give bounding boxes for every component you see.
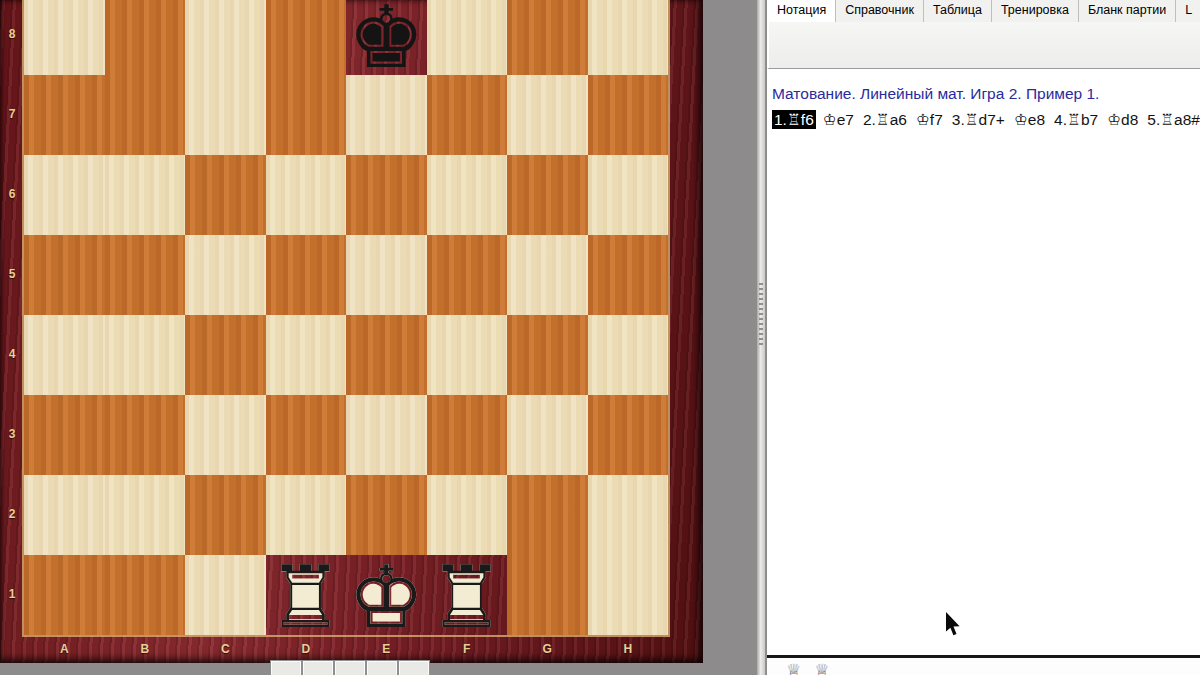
- rank-label-5: 5: [0, 267, 24, 281]
- chess-board-frame: ♚♜♖♚♔♜♖ 87654321 ABCDEFGH: [0, 0, 703, 663]
- square-b8[interactable]: [105, 0, 186, 75]
- square-d7[interactable]: [346, 75, 427, 155]
- notation-area: Матование. Линейный мат. Игра 2. Пример …: [767, 70, 1200, 655]
- square-b4[interactable]: [185, 315, 266, 395]
- move-5a8#[interactable]: 5.♖a8#: [1147, 111, 1200, 128]
- square-h2[interactable]: [24, 555, 105, 635]
- square-f6[interactable]: [507, 155, 588, 235]
- tray-cell-2[interactable]: [303, 661, 333, 675]
- black-king-glyph: ♚: [346, 0, 427, 75]
- square-d4[interactable]: [346, 315, 427, 395]
- square-a5[interactable]: [105, 235, 186, 315]
- square-b6[interactable]: [185, 155, 266, 235]
- square-g5[interactable]: [588, 235, 669, 315]
- square-g7[interactable]: [588, 75, 669, 155]
- square-a3[interactable]: [105, 395, 186, 475]
- square-c2[interactable]: [266, 475, 347, 555]
- tab-справочник[interactable]: Справочник: [836, 0, 924, 22]
- mouse-cursor-icon: [945, 612, 962, 638]
- square-g2[interactable]: [588, 475, 669, 555]
- piece-tray[interactable]: [271, 661, 429, 675]
- file-label-d: D: [295, 637, 317, 661]
- square-c6[interactable]: [266, 155, 347, 235]
- file-label-f: F: [456, 637, 478, 661]
- move-f7[interactable]: ♔f7: [916, 111, 943, 128]
- square-f3[interactable]: [507, 395, 588, 475]
- square-b3[interactable]: [185, 395, 266, 475]
- square-c8[interactable]: [185, 0, 266, 75]
- white-queen-icon[interactable]: ♕: [786, 659, 801, 675]
- square-c3[interactable]: [266, 395, 347, 475]
- tray-cell-1[interactable]: [271, 661, 301, 675]
- move-e8[interactable]: ♔e8: [1014, 111, 1045, 128]
- square-c1[interactable]: [507, 555, 588, 635]
- square-a1[interactable]: [105, 555, 186, 635]
- rank-label-1: 1: [0, 587, 24, 601]
- square-d2[interactable]: [346, 475, 427, 555]
- tab-таблица[interactable]: Таблица: [924, 0, 992, 22]
- square-b7[interactable]: [185, 75, 266, 155]
- white-king-outline-glyph: ♔: [346, 555, 427, 635]
- rank-label-4: 4: [0, 347, 24, 361]
- square-a7[interactable]: [105, 75, 186, 155]
- square-d3[interactable]: [346, 395, 427, 475]
- square-a4[interactable]: [105, 315, 186, 395]
- tab-нотация[interactable]: Нотация: [768, 0, 836, 22]
- square-a2[interactable]: [105, 475, 186, 555]
- move-1f6[interactable]: 1.♖f6: [772, 110, 816, 129]
- white-rook-outline-glyph: ♖: [266, 555, 347, 635]
- tray-cell-5[interactable]: [399, 661, 429, 675]
- exercise-title: Матование. Линейный мат. Игра 2. Пример …: [772, 81, 1194, 106]
- move-3d7+[interactable]: 3.♖d7+: [952, 111, 1005, 128]
- white-rook-f1[interactable]: ♜♖: [427, 555, 508, 635]
- square-h8[interactable]: [24, 75, 105, 155]
- square-c4[interactable]: [266, 315, 347, 395]
- square-d6[interactable]: [346, 155, 427, 235]
- square-g3[interactable]: [588, 395, 669, 475]
- square-f5[interactable]: [507, 235, 588, 315]
- black-king-e8[interactable]: ♚: [346, 0, 427, 75]
- square-b1[interactable]: [185, 555, 266, 635]
- move-d8[interactable]: ♔d8: [1107, 111, 1138, 128]
- square-g8[interactable]: [588, 0, 669, 75]
- square-c7[interactable]: [266, 75, 347, 155]
- square-g6[interactable]: [588, 155, 669, 235]
- square-h3[interactable]: [24, 475, 105, 555]
- tab-тренировка[interactable]: Тренировка: [992, 0, 1079, 22]
- square-f7[interactable]: [507, 75, 588, 155]
- tray-cell-3[interactable]: [335, 661, 365, 675]
- square-b2[interactable]: [185, 475, 266, 555]
- square-e8[interactable]: [427, 0, 508, 75]
- splitter-grip-icon[interactable]: [759, 283, 763, 345]
- figurine-toolbar: ♕♕: [767, 658, 1200, 675]
- notation-panel: НотацияСправочникТаблицаТренировкаБланк …: [767, 0, 1200, 675]
- square-d1[interactable]: [588, 555, 669, 635]
- rank-label-8: 8: [0, 27, 24, 41]
- square-e6[interactable]: [427, 155, 508, 235]
- square-e2[interactable]: [427, 475, 508, 555]
- move-2a6[interactable]: 2.♖a6: [863, 111, 907, 128]
- square-b5[interactable]: [185, 235, 266, 315]
- move-4b7[interactable]: 4.♖b7: [1054, 111, 1098, 128]
- rank-label-7: 7: [0, 107, 24, 121]
- square-e4[interactable]: [427, 315, 508, 395]
- square-h6[interactable]: [24, 235, 105, 315]
- square-h7[interactable]: [24, 155, 105, 235]
- white-rook-d1[interactable]: ♜♖: [266, 555, 347, 635]
- file-label-h: H: [617, 637, 639, 661]
- white-rook-outline-glyph: ♖: [427, 555, 508, 635]
- file-label-g: G: [536, 637, 558, 661]
- square-a6[interactable]: [105, 155, 186, 235]
- square-a8[interactable]: [24, 0, 105, 75]
- file-label-b: B: [134, 637, 156, 661]
- tab-бланк-партии[interactable]: Бланк партии: [1079, 0, 1176, 22]
- square-d5[interactable]: [346, 235, 427, 315]
- white-queen-icon[interactable]: ♕: [814, 659, 829, 675]
- rank-label-3: 3: [0, 427, 24, 441]
- square-e7[interactable]: [427, 75, 508, 155]
- tab-bar: НотацияСправочникТаблицаТренировкаБланк …: [767, 0, 1200, 22]
- square-f4[interactable]: [507, 315, 588, 395]
- square-h5[interactable]: [24, 315, 105, 395]
- notation-header-strip: [767, 22, 1200, 69]
- panel-splitter[interactable]: [757, 0, 766, 675]
- rank-label-2: 2: [0, 507, 24, 521]
- square-f8[interactable]: [507, 0, 588, 75]
- square-e3[interactable]: [427, 395, 508, 475]
- square-f2[interactable]: [507, 475, 588, 555]
- file-label-c: C: [214, 637, 236, 661]
- square-c5[interactable]: [266, 235, 347, 315]
- file-label-e: E: [375, 637, 397, 661]
- move-list: 1.♖f6♔e72.♖a6♔f73.♖d7+♔e84.♖b7♔d85.♖a8#: [772, 107, 1194, 132]
- square-d8[interactable]: [266, 0, 347, 75]
- chess-board[interactable]: ♚♜♖♚♔♜♖: [24, 0, 668, 635]
- tray-cell-4[interactable]: [367, 661, 397, 675]
- square-e5[interactable]: [427, 235, 508, 315]
- rank-label-6: 6: [0, 187, 24, 201]
- square-g4[interactable]: [588, 315, 669, 395]
- tab-l[interactable]: L: [1176, 0, 1200, 22]
- file-label-a: A: [53, 637, 75, 661]
- square-h4[interactable]: [24, 395, 105, 475]
- white-king-e1[interactable]: ♚♔: [346, 555, 427, 635]
- move-e7[interactable]: ♔e7: [823, 111, 854, 128]
